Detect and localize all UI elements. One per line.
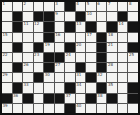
clue-number: 25 (129, 53, 134, 57)
white-cell[interactable]: 25 (128, 53, 138, 62)
clue-number: 22 (3, 53, 8, 57)
clue-number: 16 (55, 33, 60, 37)
clue-number: 11 (24, 22, 29, 26)
clue-number: 10 (87, 12, 92, 16)
white-cell[interactable] (44, 83, 54, 92)
white-cell[interactable] (86, 83, 96, 92)
white-cell[interactable] (34, 2, 44, 11)
white-cell[interactable] (118, 104, 128, 113)
white-cell[interactable] (118, 43, 128, 52)
white-cell[interactable]: 8 (128, 2, 138, 11)
clue-number: 9 (55, 12, 58, 16)
clue-number: 12 (34, 22, 39, 26)
white-cell[interactable] (55, 43, 65, 52)
black-cell (65, 2, 75, 11)
clue-number: 29 (3, 73, 8, 77)
white-cell[interactable]: 26 (23, 63, 33, 72)
clue-number: 1 (3, 2, 6, 6)
clue-number: 23 (34, 53, 39, 57)
white-cell[interactable] (34, 63, 44, 72)
black-cell (107, 94, 117, 103)
white-cell[interactable]: 19 (44, 43, 54, 52)
white-cell[interactable] (34, 83, 44, 92)
white-cell[interactable] (65, 73, 75, 82)
white-cell[interactable]: 30 (44, 73, 54, 82)
black-cell (97, 43, 107, 52)
black-cell (76, 63, 86, 72)
clue-number: 34 (76, 83, 81, 87)
white-cell[interactable] (86, 53, 96, 62)
white-cell[interactable]: 11 (23, 22, 33, 31)
white-cell[interactable]: 38 (97, 94, 107, 103)
white-cell[interactable] (97, 22, 107, 31)
clue-number: 7 (108, 2, 111, 6)
black-cell (34, 12, 44, 21)
black-cell (65, 43, 75, 52)
black-cell (128, 22, 138, 31)
black-cell (86, 73, 96, 82)
black-cell (97, 53, 107, 62)
crossword-puzzle: 1234567891011121314151617181920212223242… (0, 0, 140, 115)
white-cell[interactable] (65, 33, 75, 42)
black-cell (13, 83, 23, 92)
white-cell[interactable] (86, 43, 96, 52)
clue-number: 19 (45, 43, 50, 47)
white-cell[interactable]: 2 (23, 2, 33, 11)
clue-number: 13 (76, 22, 81, 26)
white-cell[interactable] (2, 83, 12, 92)
black-cell (65, 83, 75, 92)
clue-number: 14 (118, 22, 123, 26)
white-cell[interactable] (2, 43, 12, 52)
white-cell[interactable] (76, 53, 86, 62)
white-cell[interactable]: 13 (76, 22, 86, 31)
black-cell (107, 22, 117, 31)
white-cell[interactable] (97, 104, 107, 113)
white-cell[interactable]: 5 (86, 2, 96, 11)
white-cell[interactable] (44, 2, 54, 11)
white-cell[interactable] (55, 104, 65, 113)
white-cell[interactable] (23, 43, 33, 52)
black-cell (65, 104, 75, 113)
clue-number: 2 (24, 2, 27, 6)
black-cell (118, 12, 128, 21)
black-cell (76, 12, 86, 21)
clue-number: 40 (76, 104, 81, 108)
black-cell (55, 53, 65, 62)
white-cell[interactable]: 21 (107, 43, 117, 52)
white-cell[interactable] (65, 12, 75, 21)
clue-number: 39 (3, 104, 8, 108)
white-cell[interactable]: 39 (2, 104, 12, 113)
clue-number: 5 (87, 2, 90, 6)
white-cell[interactable]: 34 (76, 83, 86, 92)
white-cell[interactable]: 4 (76, 2, 86, 11)
white-cell[interactable] (23, 12, 33, 21)
black-cell (2, 94, 12, 103)
white-cell[interactable]: 16 (55, 33, 65, 42)
white-cell[interactable]: 1 (2, 2, 12, 11)
black-cell (44, 94, 54, 103)
clue-number: 32 (97, 73, 102, 77)
black-cell (44, 33, 54, 42)
white-cell[interactable] (107, 73, 117, 82)
clue-number: 21 (108, 43, 113, 47)
white-cell[interactable] (107, 53, 117, 62)
white-cell[interactable]: 28 (107, 63, 117, 72)
black-cell (13, 12, 23, 21)
white-cell[interactable] (118, 73, 128, 82)
clue-number: 4 (76, 2, 79, 6)
white-cell[interactable] (23, 33, 33, 42)
black-cell (44, 63, 54, 72)
black-cell (13, 43, 23, 52)
white-cell[interactable]: 17 (86, 33, 96, 42)
clue-number: 26 (24, 63, 29, 67)
white-cell[interactable] (2, 63, 12, 72)
white-cell[interactable] (97, 12, 107, 21)
white-cell[interactable] (128, 104, 138, 113)
white-cell[interactable] (118, 63, 128, 72)
white-cell[interactable] (13, 53, 23, 62)
white-cell[interactable]: 29 (2, 73, 12, 82)
white-cell[interactable]: 24 (65, 53, 75, 62)
white-cell[interactable]: 32 (97, 73, 107, 82)
white-cell[interactable] (118, 33, 128, 42)
black-cell (34, 73, 44, 82)
white-cell[interactable]: 37 (65, 94, 75, 103)
black-cell (128, 43, 138, 52)
white-cell[interactable]: 40 (76, 104, 86, 113)
black-cell (97, 33, 107, 42)
white-cell[interactable]: 20 (76, 43, 86, 52)
black-cell (44, 22, 54, 31)
white-cell[interactable] (128, 63, 138, 72)
white-cell[interactable]: 14 (118, 22, 128, 31)
black-cell (128, 83, 138, 92)
clue-number: 6 (97, 2, 100, 6)
white-cell[interactable] (2, 12, 12, 21)
white-cell[interactable]: 36 (13, 94, 23, 103)
white-cell[interactable] (23, 73, 33, 82)
clue-number: 24 (66, 53, 71, 57)
white-cell[interactable] (13, 2, 23, 11)
white-cell[interactable] (118, 94, 128, 103)
black-cell (86, 94, 96, 103)
white-cell[interactable]: 31 (76, 73, 86, 82)
black-cell (86, 22, 96, 31)
white-cell[interactable] (65, 63, 75, 72)
white-cell[interactable] (107, 12, 117, 21)
black-cell (97, 63, 107, 72)
white-cell[interactable]: 7 (107, 2, 117, 11)
clue-number: 18 (108, 33, 113, 37)
white-cell[interactable]: 27 (55, 63, 65, 72)
black-cell (44, 53, 54, 62)
white-cell[interactable]: 23 (34, 53, 44, 62)
white-cell[interactable] (34, 104, 44, 113)
black-cell (34, 43, 44, 52)
clue-number: 37 (66, 94, 71, 98)
white-cell[interactable]: 6 (97, 2, 107, 11)
clue-number: 15 (3, 33, 8, 37)
clue-number: 20 (76, 43, 81, 47)
clue-number: 36 (13, 94, 18, 98)
white-cell[interactable]: 35 (107, 83, 117, 92)
white-cell[interactable] (55, 22, 65, 31)
white-cell[interactable] (76, 94, 86, 103)
clue-number: 3 (55, 2, 58, 6)
black-cell (44, 12, 54, 21)
clue-number: 35 (108, 83, 113, 87)
white-cell[interactable] (23, 104, 33, 113)
white-cell[interactable] (128, 12, 138, 21)
white-cell[interactable] (118, 53, 128, 62)
white-cell[interactable] (128, 73, 138, 82)
black-cell (13, 22, 23, 31)
black-cell (65, 22, 75, 31)
white-cell[interactable]: 3 (55, 2, 65, 11)
white-cell[interactable]: 18 (107, 33, 117, 42)
clue-number: 33 (24, 83, 29, 87)
crossword-grid: 1234567891011121314151617181920212223242… (2, 2, 138, 113)
black-cell (13, 63, 23, 72)
white-cell[interactable] (13, 73, 23, 82)
white-cell[interactable] (13, 104, 23, 113)
white-cell[interactable] (118, 2, 128, 11)
white-cell[interactable] (118, 83, 128, 92)
white-cell[interactable] (86, 104, 96, 113)
white-cell[interactable] (55, 83, 65, 92)
white-cell[interactable] (2, 22, 12, 31)
clue-number: 27 (55, 63, 60, 67)
white-cell[interactable]: 33 (23, 83, 33, 92)
white-cell[interactable] (34, 94, 44, 103)
white-cell[interactable]: 9 (55, 12, 65, 21)
white-cell[interactable] (23, 53, 33, 62)
white-cell[interactable] (86, 63, 96, 72)
white-cell[interactable] (34, 33, 44, 42)
white-cell[interactable] (55, 73, 65, 82)
white-cell[interactable] (44, 104, 54, 113)
black-cell (55, 94, 65, 103)
clue-number: 31 (76, 73, 81, 77)
white-cell[interactable] (13, 33, 23, 42)
white-cell[interactable] (128, 33, 138, 42)
white-cell[interactable] (76, 33, 86, 42)
clue-number: 30 (45, 73, 50, 77)
white-cell[interactable]: 12 (34, 22, 44, 31)
clue-number: 17 (87, 33, 92, 37)
clue-number: 8 (129, 2, 132, 6)
black-cell (97, 83, 107, 92)
white-cell[interactable]: 22 (2, 53, 12, 62)
black-cell (128, 94, 138, 103)
clue-number: 28 (108, 63, 113, 67)
white-cell[interactable]: 15 (2, 33, 12, 42)
clue-number: 38 (97, 94, 102, 98)
white-cell[interactable] (107, 104, 117, 113)
black-cell (23, 94, 33, 103)
white-cell[interactable]: 10 (86, 12, 96, 21)
